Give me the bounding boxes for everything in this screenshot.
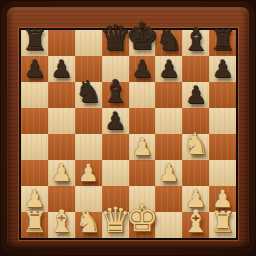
chess-board: ♜♛♚♞♝♜♟♟♟♟♟♞♝♟♟♟♞♟♟♟♟♟♟♜♝♞♛♚♝♜ [19,28,238,240]
white-pawn-b3[interactable]: ♟ [47,126,75,184]
black-pawn-glyph: ♟ [51,58,73,80]
black-knight-glyph: ♞ [75,78,102,106]
white-pawn-glyph: ♟ [158,162,180,184]
black-pawn-glyph: ♟ [131,58,153,80]
white-pawn-c3[interactable]: ♟ [74,126,102,184]
pieces-layer: ♜♛♚♞♝♜♟♟♟♟♟♞♝♟♟♟♞♟♟♟♟♟♟♜♝♞♛♚♝♜ [21,30,236,238]
black-pawn-b7[interactable]: ♟ [47,22,75,80]
black-pawn-a7[interactable]: ♟ [20,22,48,80]
black-pawn-e7[interactable]: ♟ [128,22,156,80]
black-pawn-h7[interactable]: ♟ [209,22,237,80]
white-knight-g4[interactable]: ♞ [182,100,210,158]
chess-app-screen: ♜♛♚♞♝♜♟♟♟♟♟♞♝♟♟♟♞♟♟♟♟♟♟♜♝♞♛♚♝♜ [0,0,256,256]
black-pawn-glyph: ♟ [158,58,180,80]
white-knight-c1[interactable]: ♞ [74,178,102,236]
black-pawn-d5[interactable]: ♟ [101,74,129,132]
white-bishop-glyph: ♝ [47,207,75,236]
white-bishop-glyph: ♝ [182,207,210,236]
white-rook-a1[interactable]: ♜ [20,178,48,236]
white-king-e1[interactable]: ♚ [128,178,156,236]
black-pawn-glyph: ♟ [104,110,126,132]
white-pawn-f3[interactable]: ♟ [155,126,183,184]
black-pawn-f7[interactable]: ♟ [155,22,183,80]
white-rook-h1[interactable]: ♜ [209,178,237,236]
white-king-glyph: ♚ [125,202,158,236]
white-bishop-g1[interactable]: ♝ [182,178,210,236]
black-pawn-glyph: ♟ [24,58,46,80]
black-bishop-g8[interactable]: ♝ [182,0,210,54]
white-bishop-b1[interactable]: ♝ [47,178,75,236]
white-pawn-glyph: ♟ [131,136,153,158]
black-knight-c6[interactable]: ♞ [74,48,102,106]
white-rook-glyph: ♜ [210,209,236,236]
white-rook-glyph: ♜ [21,209,47,236]
black-pawn-g6[interactable]: ♟ [182,48,210,106]
white-pawn-e4[interactable]: ♟ [128,100,156,158]
white-knight-glyph: ♞ [75,208,102,236]
black-pawn-glyph: ♟ [212,58,234,80]
